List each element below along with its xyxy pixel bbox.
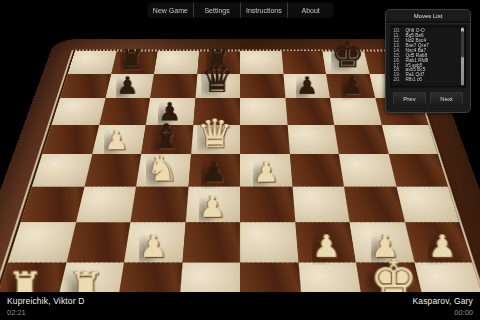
menu-item-instructions[interactable]: Instructions: [240, 3, 287, 18]
move-number: 20.: [394, 77, 406, 82]
white-pawn-f2[interactable]: ♟: [313, 230, 341, 261]
moves-list-title: Moves List: [386, 10, 470, 23]
square-b5[interactable]: ♟: [92, 124, 146, 153]
square-e6[interactable]: [240, 98, 287, 125]
square-b8[interactable]: ♜: [111, 51, 158, 73]
next-button[interactable]: Next: [430, 92, 463, 106]
square-e4[interactable]: ♟: [240, 154, 292, 186]
status-bar: Kupreichik, Viktor D 02:21 Kasparov, Gar…: [0, 292, 480, 320]
square-d3[interactable]: ♟: [185, 186, 240, 222]
white-pawn-e4[interactable]: ♟: [253, 157, 278, 185]
menu-item-settings[interactable]: Settings: [193, 3, 240, 18]
square-g3[interactable]: [344, 186, 404, 222]
square-c4[interactable]: ♞: [136, 154, 191, 186]
square-a2[interactable]: [8, 222, 75, 262]
square-c2[interactable]: ♟: [124, 222, 185, 262]
square-f4[interactable]: [289, 154, 344, 186]
black-pawn-g7[interactable]: ♟: [341, 73, 363, 97]
square-f6[interactable]: [285, 98, 334, 125]
black-pawn-d4[interactable]: ♟: [201, 157, 226, 185]
white-pawn-h2[interactable]: ♟: [428, 230, 457, 261]
player-black-block: Kasparov, Gary 00:00: [412, 296, 473, 316]
square-h5[interactable]: [381, 124, 437, 153]
square-b3[interactable]: [76, 186, 136, 222]
white-pawn-d3[interactable]: ♟: [199, 192, 226, 221]
player-black-name: Kasparov, Gary: [412, 296, 473, 306]
square-f5[interactable]: [287, 124, 339, 153]
player-white-name: Kupreichik, Viktor D: [7, 296, 84, 306]
square-a3[interactable]: [21, 186, 84, 222]
square-g4[interactable]: [339, 154, 396, 186]
moves-scrollbar-thumb[interactable]: [461, 31, 464, 58]
square-a6[interactable]: [52, 98, 105, 125]
player-white-block: Kupreichik, Viktor D 02:21: [7, 296, 84, 316]
square-a8[interactable]: [68, 51, 116, 73]
square-f2[interactable]: ♟: [295, 222, 356, 262]
square-b2[interactable]: [66, 222, 130, 262]
square-d4[interactable]: ♟: [188, 154, 240, 186]
menu-item-about[interactable]: About: [287, 3, 334, 18]
menu-items: New GameSettingsInstructionsAbout: [147, 2, 334, 18]
square-b7[interactable]: ♟: [105, 73, 154, 97]
white-pawn-b5[interactable]: ♟: [105, 127, 129, 153]
player-black-clock: 00:00: [412, 308, 473, 317]
square-f3[interactable]: [292, 186, 350, 222]
move-pair: Rfb1 c6: [406, 77, 465, 82]
black-rook-b8[interactable]: ♜: [120, 46, 145, 73]
move-row-20: 20.Rfb1 c6: [394, 77, 465, 82]
moves-rows: 10.Qh6 O-O11.Bg5 Be612.Nd2 Bxc413.Bxe7 Q…: [391, 26, 466, 82]
square-e8[interactable]: [240, 51, 283, 73]
player-white-clock: 02:21: [7, 308, 84, 317]
square-f8[interactable]: [281, 51, 326, 73]
white-queen-d5[interactable]: ♛: [197, 113, 233, 152]
square-d7[interactable]: ♛: [195, 73, 240, 97]
square-b6[interactable]: [99, 98, 150, 125]
square-d2[interactable]: [182, 222, 240, 262]
app-window: New GameSettingsInstructionsAbout ♜♜♚♟♛♟…: [0, 0, 480, 320]
square-d5[interactable]: ♛: [191, 124, 240, 153]
square-b4[interactable]: [84, 154, 141, 186]
square-g7[interactable]: ♟: [326, 73, 375, 97]
black-pawn-f7[interactable]: ♟: [296, 73, 318, 97]
square-a7[interactable]: [60, 73, 111, 97]
white-pawn-c2[interactable]: ♟: [139, 230, 167, 261]
square-h4[interactable]: [388, 154, 448, 186]
black-queen-d7[interactable]: ♛: [201, 61, 234, 97]
square-c7[interactable]: [150, 73, 197, 97]
moves-scrollbar[interactable]: [461, 28, 464, 86]
moves-nav-buttons: Prev Next: [386, 92, 470, 106]
white-knight-c4[interactable]: ♞: [146, 150, 178, 185]
moves-list[interactable]: 10.Qh6 O-O11.Bg5 Be612.Nd2 Bxc413.Bxe7 Q…: [390, 26, 466, 88]
square-g5[interactable]: [334, 124, 388, 153]
moves-panel: Moves List 10.Qh6 O-O11.Bg5 Be612.Nd2 Bx…: [385, 9, 471, 113]
black-pawn-b7[interactable]: ♟: [117, 73, 139, 97]
square-e5[interactable]: [240, 124, 289, 153]
square-f7[interactable]: ♟: [283, 73, 330, 97]
square-g8[interactable]: ♚: [323, 51, 370, 73]
square-c3[interactable]: [130, 186, 188, 222]
menu-bar: New GameSettingsInstructionsAbout: [147, 2, 333, 17]
prev-button[interactable]: Prev: [393, 92, 426, 106]
square-e3[interactable]: [240, 186, 295, 222]
menu-item-new-game[interactable]: New Game: [148, 3, 194, 18]
square-c8[interactable]: [154, 51, 199, 73]
square-h3[interactable]: [396, 186, 459, 222]
square-a5[interactable]: [42, 124, 98, 153]
black-king-g8[interactable]: ♚: [331, 37, 364, 73]
square-e2[interactable]: [240, 222, 298, 262]
square-e7[interactable]: [240, 73, 285, 97]
square-a4[interactable]: [32, 154, 92, 186]
square-g6[interactable]: [330, 98, 381, 125]
